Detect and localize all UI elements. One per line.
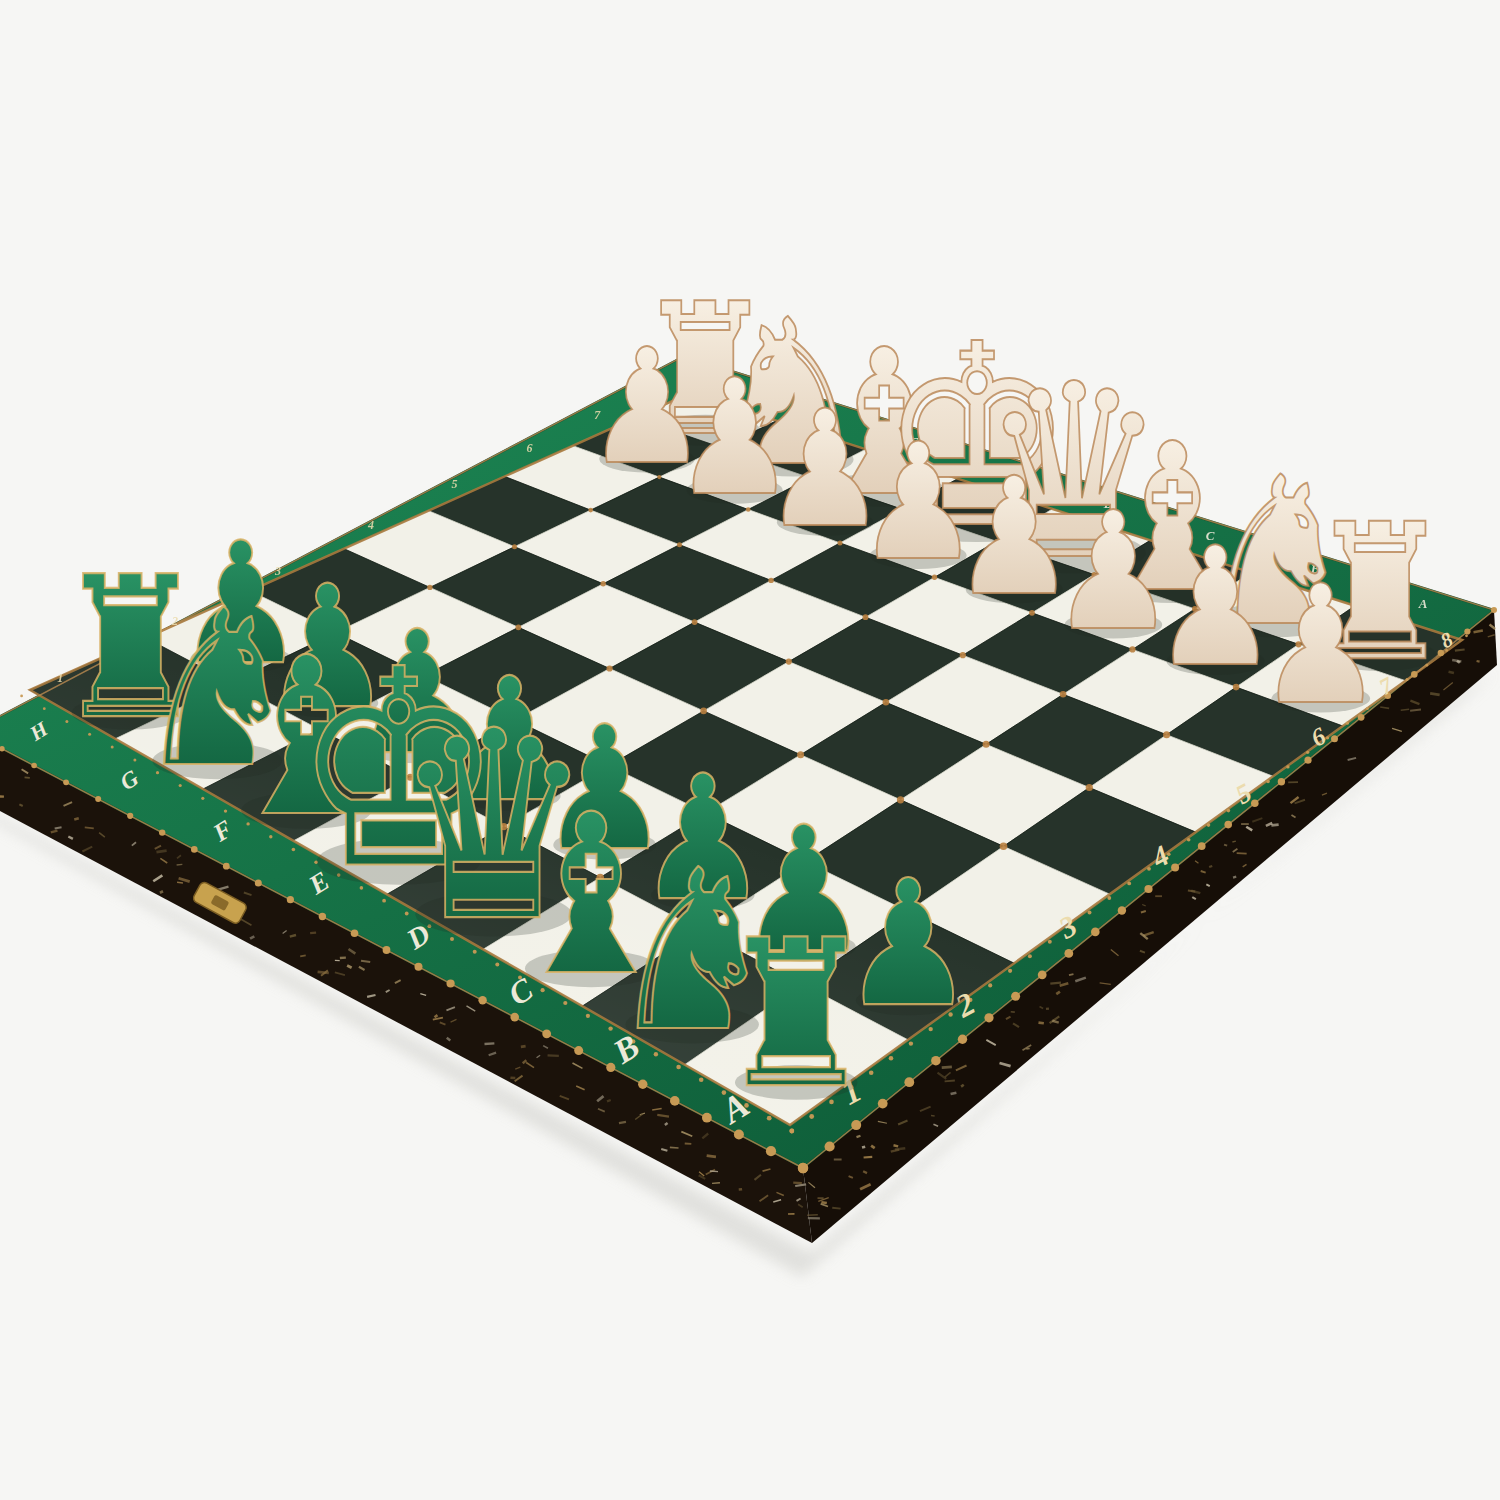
piece-green-rook-a1[interactable]: ♜: [718, 896, 875, 1134]
chess-board-photo: ABCDEFGH12345678ABCDEFGH12345678♜♟♞♝♟♚♟♛…: [0, 0, 1500, 1500]
far-rank-label-5: 5: [451, 477, 457, 491]
product-photo-stage: ABCDEFGH12345678ABCDEFGH12345678♜♟♞♝♟♚♟♛…: [0, 0, 1500, 1500]
far-rank-label-4: 4: [367, 518, 374, 532]
piece-cream-pawn-a7[interactable]: ♟: [1258, 549, 1384, 740]
far-rank-label-6: 6: [527, 441, 533, 455]
